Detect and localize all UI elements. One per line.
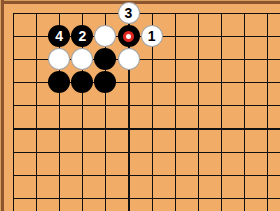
stone-number-label: 1 xyxy=(148,29,156,43)
white-stone xyxy=(118,48,140,70)
circle-mark-icon xyxy=(123,31,134,42)
black-stone xyxy=(118,25,140,47)
white-stone: 1 xyxy=(141,25,163,47)
board-frame-left-edge xyxy=(0,0,4,211)
stone-number-label: 4 xyxy=(55,29,63,43)
stone-number-label: 3 xyxy=(125,6,133,20)
white-stone: 3 xyxy=(118,2,140,24)
board-frame-top-edge xyxy=(0,0,280,4)
go-board-diagram: 3421 xyxy=(0,0,280,211)
stone-number-label: 2 xyxy=(78,29,86,43)
